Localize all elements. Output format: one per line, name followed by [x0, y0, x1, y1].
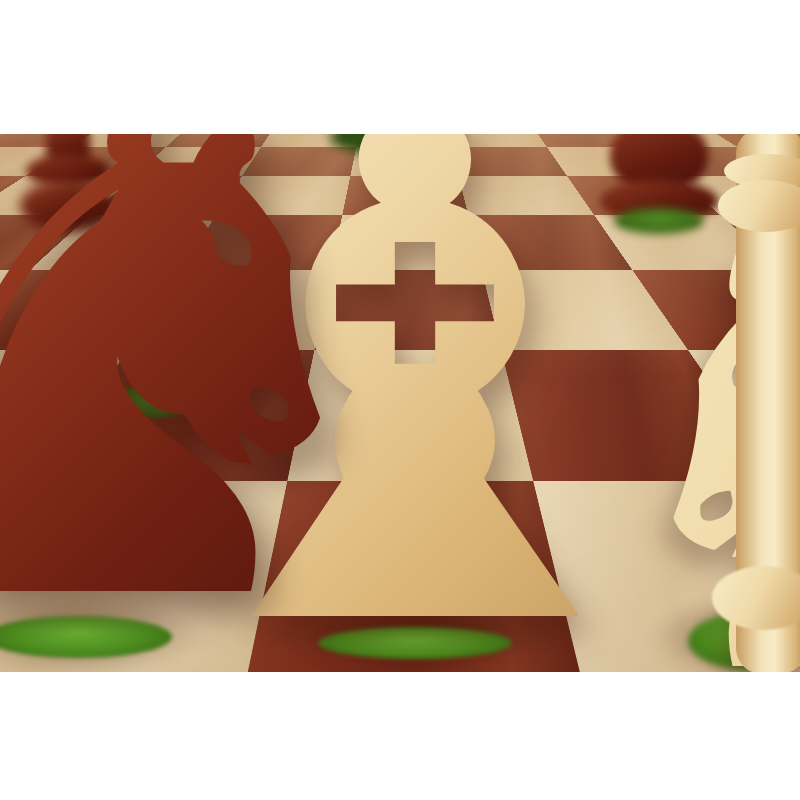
chess-photo: ♞♝♞ [0, 134, 800, 672]
dark-knight: ♞ [0, 134, 425, 659]
product-photo-canvas: ♞♝♞ [0, 0, 800, 800]
letterbox-top [0, 0, 800, 134]
letterbox-bottom [0, 672, 800, 800]
